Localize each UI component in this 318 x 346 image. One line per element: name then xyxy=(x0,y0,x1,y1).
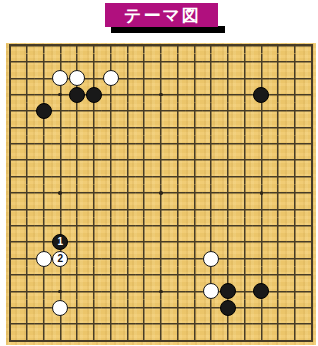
grid-cell xyxy=(119,43,136,54)
grid-cell xyxy=(35,168,52,184)
grid-cell xyxy=(186,300,203,316)
grid-cell xyxy=(35,201,52,217)
grid-cell xyxy=(253,218,270,234)
grid-cell xyxy=(18,250,35,266)
grid-cell xyxy=(85,234,102,250)
grid-cell xyxy=(203,168,220,184)
grid-cell xyxy=(270,119,287,135)
grid-cell xyxy=(253,316,270,332)
grid-cell xyxy=(236,103,253,119)
grid-cell xyxy=(35,43,52,54)
grid-cell xyxy=(169,332,186,345)
grid-cell xyxy=(186,43,203,54)
grid-cell xyxy=(253,70,270,86)
grid-cell xyxy=(69,168,86,184)
grid-cell xyxy=(169,119,186,135)
star-point xyxy=(159,290,163,294)
grid-cell xyxy=(35,54,52,70)
grid-cell xyxy=(69,316,86,332)
grid-cell xyxy=(18,119,35,135)
grid-cell xyxy=(169,218,186,234)
grid-cell xyxy=(35,283,52,299)
stone-white-C6 xyxy=(36,251,52,267)
grid-cell xyxy=(136,43,153,54)
grid-cell xyxy=(186,332,203,345)
grid-cell xyxy=(169,300,186,316)
grid-cell xyxy=(253,332,270,345)
grid-cell xyxy=(236,43,253,54)
grid-cell xyxy=(6,43,18,54)
grid-cell xyxy=(6,185,18,201)
grid-cell xyxy=(6,168,18,184)
stone-black-E16 xyxy=(69,87,85,103)
grid-cell xyxy=(220,234,237,250)
grid-cell xyxy=(270,234,287,250)
grid-cell xyxy=(203,300,220,316)
grid-cell xyxy=(102,316,119,332)
grid-cell xyxy=(270,283,287,299)
grid-cell xyxy=(236,168,253,184)
grid-cell xyxy=(303,136,316,152)
grid-cell xyxy=(85,43,102,54)
star-point xyxy=(159,191,163,195)
grid-cell xyxy=(136,54,153,70)
grid-cell xyxy=(287,43,304,54)
grid-cell xyxy=(85,300,102,316)
grid-cell xyxy=(153,316,170,332)
grid-cell xyxy=(169,103,186,119)
grid-cell xyxy=(6,316,18,332)
grid-cell xyxy=(102,332,119,345)
grid-cell xyxy=(85,250,102,266)
grid-cell xyxy=(6,234,18,250)
grid-cell xyxy=(69,267,86,283)
grid-cell xyxy=(119,185,136,201)
grid-cell xyxy=(203,103,220,119)
grid-cell xyxy=(186,54,203,70)
grid-cell xyxy=(186,152,203,168)
grid-cell xyxy=(119,267,136,283)
grid-cell xyxy=(270,54,287,70)
grid-cell xyxy=(270,267,287,283)
grid-cell xyxy=(236,250,253,266)
grid-cell xyxy=(52,332,69,345)
grid-cell xyxy=(119,103,136,119)
grid-cell xyxy=(287,332,304,345)
stone-white-D3 xyxy=(52,300,68,316)
grid-cell xyxy=(253,168,270,184)
grid-cell xyxy=(52,43,69,54)
grid-cell xyxy=(253,267,270,283)
grid-cell xyxy=(186,168,203,184)
grid-cell xyxy=(18,54,35,70)
grid-cell xyxy=(169,316,186,332)
grid-cell xyxy=(169,185,186,201)
grid-cell xyxy=(303,185,316,201)
grid-cell xyxy=(153,250,170,266)
grid-cell xyxy=(136,152,153,168)
grid-cell xyxy=(186,250,203,266)
grid-cell xyxy=(85,201,102,217)
grid-cell xyxy=(186,86,203,102)
grid-cell xyxy=(303,201,316,217)
grid-cell xyxy=(303,54,316,70)
grid-cell xyxy=(236,119,253,135)
grid-cell xyxy=(169,234,186,250)
grid-cell xyxy=(35,300,52,316)
grid-cell xyxy=(153,201,170,217)
grid-cell xyxy=(186,136,203,152)
grid-cell xyxy=(85,119,102,135)
grid-cell xyxy=(153,332,170,345)
grid-cell xyxy=(186,234,203,250)
grid-cell xyxy=(186,103,203,119)
grid-cell xyxy=(270,316,287,332)
grid-cell xyxy=(220,136,237,152)
grid-cell xyxy=(303,267,316,283)
grid-cell xyxy=(169,43,186,54)
grid-cell xyxy=(18,43,35,54)
grid-cell xyxy=(119,332,136,345)
grid-cell xyxy=(69,300,86,316)
grid-cell xyxy=(303,168,316,184)
grid-cell xyxy=(18,103,35,119)
grid-cell xyxy=(220,185,237,201)
grid-cell xyxy=(220,54,237,70)
stone-white-G17 xyxy=(103,70,119,86)
grid-cell xyxy=(203,332,220,345)
grid-cell xyxy=(136,168,153,184)
grid-cell xyxy=(203,185,220,201)
grid-cell xyxy=(303,234,316,250)
grid-cell xyxy=(169,86,186,102)
grid-cell xyxy=(102,283,119,299)
grid-cell xyxy=(236,332,253,345)
grid-cell xyxy=(52,267,69,283)
grid-cell xyxy=(35,70,52,86)
grid-cell xyxy=(119,234,136,250)
star-point xyxy=(58,191,62,195)
grid-cell xyxy=(6,300,18,316)
grid-cell xyxy=(52,54,69,70)
grid-cell xyxy=(303,152,316,168)
grid-cell xyxy=(69,152,86,168)
grid-cell xyxy=(52,168,69,184)
grid-cell xyxy=(287,218,304,234)
grid-cell xyxy=(287,70,304,86)
grid-cell xyxy=(186,283,203,299)
grid-cell xyxy=(287,316,304,332)
grid-cell xyxy=(69,250,86,266)
grid-cell xyxy=(270,250,287,266)
grid-cell xyxy=(52,119,69,135)
grid-cell xyxy=(102,103,119,119)
grid-cell xyxy=(236,86,253,102)
grid-cell xyxy=(52,316,69,332)
grid-cell xyxy=(287,136,304,152)
grid-cell xyxy=(236,136,253,152)
grid-cell xyxy=(253,201,270,217)
grid-cell xyxy=(69,185,86,201)
grid-cell xyxy=(18,201,35,217)
grid-cell xyxy=(270,152,287,168)
grid-cell xyxy=(52,152,69,168)
grid-cell xyxy=(136,218,153,234)
grid-cell xyxy=(153,54,170,70)
grid-cell xyxy=(186,185,203,201)
grid-cell xyxy=(102,119,119,135)
grid-cell xyxy=(270,185,287,201)
grid-cell xyxy=(169,250,186,266)
grid-cell xyxy=(35,136,52,152)
grid-cell xyxy=(153,234,170,250)
grid-cell xyxy=(136,119,153,135)
grid-cell xyxy=(102,168,119,184)
grid-cell xyxy=(203,234,220,250)
grid-cell xyxy=(287,267,304,283)
grid-cell xyxy=(102,86,119,102)
grid-cell xyxy=(35,152,52,168)
grid-cell xyxy=(119,70,136,86)
grid-cell xyxy=(153,43,170,54)
grid-cell xyxy=(253,54,270,70)
grid-cell xyxy=(287,103,304,119)
grid-cell xyxy=(236,218,253,234)
grid-cell xyxy=(85,103,102,119)
grid-cell xyxy=(303,316,316,332)
grid-cell xyxy=(119,152,136,168)
grid-cell xyxy=(35,316,52,332)
grid-cell xyxy=(236,54,253,70)
grid-cell xyxy=(35,86,52,102)
grid-cell xyxy=(203,119,220,135)
grid-cell xyxy=(119,250,136,266)
grid-cell xyxy=(186,267,203,283)
grid-cell xyxy=(186,218,203,234)
grid-cell xyxy=(270,168,287,184)
grid-cell xyxy=(253,300,270,316)
grid-cell xyxy=(18,218,35,234)
grid-cell xyxy=(69,54,86,70)
grid-cell xyxy=(136,283,153,299)
grid-cell xyxy=(287,201,304,217)
grid-cell xyxy=(69,136,86,152)
grid-cell xyxy=(203,43,220,54)
grid-cell xyxy=(236,152,253,168)
grid-cell xyxy=(169,168,186,184)
grid-cell xyxy=(85,218,102,234)
grid-cell xyxy=(203,70,220,86)
grid-cell xyxy=(18,86,35,102)
grid-cell xyxy=(119,54,136,70)
grid-cell xyxy=(52,136,69,152)
grid-cell xyxy=(153,168,170,184)
grid-cell xyxy=(6,136,18,152)
grid-cell xyxy=(69,201,86,217)
grid-cell xyxy=(153,218,170,234)
grid-cell xyxy=(153,300,170,316)
grid-cell xyxy=(253,136,270,152)
grid-cell xyxy=(303,103,316,119)
grid-cell xyxy=(186,119,203,135)
grid-cell xyxy=(119,119,136,135)
grid-cell xyxy=(85,136,102,152)
grid-cell xyxy=(303,43,316,54)
grid-cell xyxy=(169,283,186,299)
grid-cell xyxy=(6,250,18,266)
stone-black-O3 xyxy=(220,300,236,316)
grid-cell xyxy=(169,201,186,217)
grid-cell xyxy=(153,152,170,168)
grid-cell xyxy=(270,43,287,54)
grid-cell xyxy=(102,267,119,283)
grid-cell xyxy=(136,250,153,266)
grid-cell xyxy=(253,119,270,135)
grid-cell xyxy=(102,250,119,266)
grid-cell xyxy=(169,54,186,70)
grid-cell xyxy=(270,300,287,316)
grid-cell xyxy=(102,152,119,168)
stone-white-D6: 2 xyxy=(52,251,68,267)
grid-cell xyxy=(303,300,316,316)
grid-cell xyxy=(6,54,18,70)
grid-cell xyxy=(6,152,18,168)
grid-cell xyxy=(102,136,119,152)
banner-shadow xyxy=(111,26,225,33)
grid-cell xyxy=(136,136,153,152)
grid-cell xyxy=(6,103,18,119)
grid-cell xyxy=(136,267,153,283)
grid-cell xyxy=(119,136,136,152)
grid-cell xyxy=(203,86,220,102)
grid-cell xyxy=(169,267,186,283)
grid-cell xyxy=(35,218,52,234)
grid-cell xyxy=(303,86,316,102)
grid-cell xyxy=(220,103,237,119)
grid-cell xyxy=(220,168,237,184)
grid-cell xyxy=(102,234,119,250)
grid-cell xyxy=(119,316,136,332)
grid-cell xyxy=(236,300,253,316)
grid-cell xyxy=(303,119,316,135)
grid-cell xyxy=(186,201,203,217)
grid-cell xyxy=(102,54,119,70)
grid-cell xyxy=(270,201,287,217)
grid-cell xyxy=(6,267,18,283)
page: テーマ図 12 xyxy=(0,0,318,346)
grid-cell xyxy=(287,250,304,266)
grid-cell xyxy=(236,70,253,86)
grid-cell xyxy=(102,300,119,316)
grid-cell xyxy=(270,218,287,234)
grid-cell xyxy=(220,267,237,283)
grid-cell xyxy=(69,283,86,299)
stone-white-N6 xyxy=(203,251,219,267)
grid-cell xyxy=(287,234,304,250)
grid-cell xyxy=(270,70,287,86)
grid-cell xyxy=(85,70,102,86)
grid-cell xyxy=(18,332,35,345)
grid-cell xyxy=(119,283,136,299)
grid-cell xyxy=(6,119,18,135)
grid-cell xyxy=(203,201,220,217)
grid-cell xyxy=(35,267,52,283)
grid-cell xyxy=(136,234,153,250)
grid-cell xyxy=(236,316,253,332)
grid-cell xyxy=(287,283,304,299)
grid-cell xyxy=(203,218,220,234)
grid-cell xyxy=(270,332,287,345)
grid-cell xyxy=(220,201,237,217)
grid-cell xyxy=(6,86,18,102)
grid-cell xyxy=(119,168,136,184)
grid-cell xyxy=(6,283,18,299)
grid-cell xyxy=(18,168,35,184)
grid-cell xyxy=(236,185,253,201)
grid-cell xyxy=(303,218,316,234)
grid-cell xyxy=(102,185,119,201)
grid-cell xyxy=(6,70,18,86)
grid-cell xyxy=(287,119,304,135)
grid-cell xyxy=(220,250,237,266)
grid-cell xyxy=(220,119,237,135)
grid-cell xyxy=(35,234,52,250)
grid-cell xyxy=(203,136,220,152)
grid-cell xyxy=(303,250,316,266)
grid-cell xyxy=(52,201,69,217)
grid-cell xyxy=(18,185,35,201)
grid-cell xyxy=(203,267,220,283)
grid-cell xyxy=(270,103,287,119)
grid-cell xyxy=(69,119,86,135)
grid-cell xyxy=(203,316,220,332)
grid-cell xyxy=(220,218,237,234)
grid-cell xyxy=(186,316,203,332)
grid-cell xyxy=(169,136,186,152)
grid-cell xyxy=(6,332,18,345)
grid-cell xyxy=(287,300,304,316)
grid-cell xyxy=(102,43,119,54)
grid-cell xyxy=(153,267,170,283)
grid-cell xyxy=(153,103,170,119)
grid-cell xyxy=(69,234,86,250)
grid-cell xyxy=(136,185,153,201)
grid-cell xyxy=(203,54,220,70)
grid-cell xyxy=(220,70,237,86)
grid-cell xyxy=(69,218,86,234)
grid-cell xyxy=(85,283,102,299)
grid-cell xyxy=(18,234,35,250)
grid-cell xyxy=(136,86,153,102)
grid-cell xyxy=(236,283,253,299)
grid-cell xyxy=(303,283,316,299)
grid-cell xyxy=(18,283,35,299)
grid-cell xyxy=(153,70,170,86)
grid-cell xyxy=(35,119,52,135)
page-title: テーマ図 xyxy=(124,4,201,27)
grid-cell xyxy=(303,70,316,86)
grid-cell xyxy=(69,103,86,119)
grid-cell xyxy=(287,168,304,184)
grid-cell xyxy=(102,201,119,217)
grid-cell xyxy=(85,152,102,168)
grid-cell xyxy=(153,119,170,135)
grid-cell xyxy=(18,316,35,332)
grid-cell xyxy=(136,316,153,332)
grid-cell xyxy=(253,152,270,168)
grid-cell xyxy=(153,136,170,152)
grid-cell xyxy=(220,316,237,332)
